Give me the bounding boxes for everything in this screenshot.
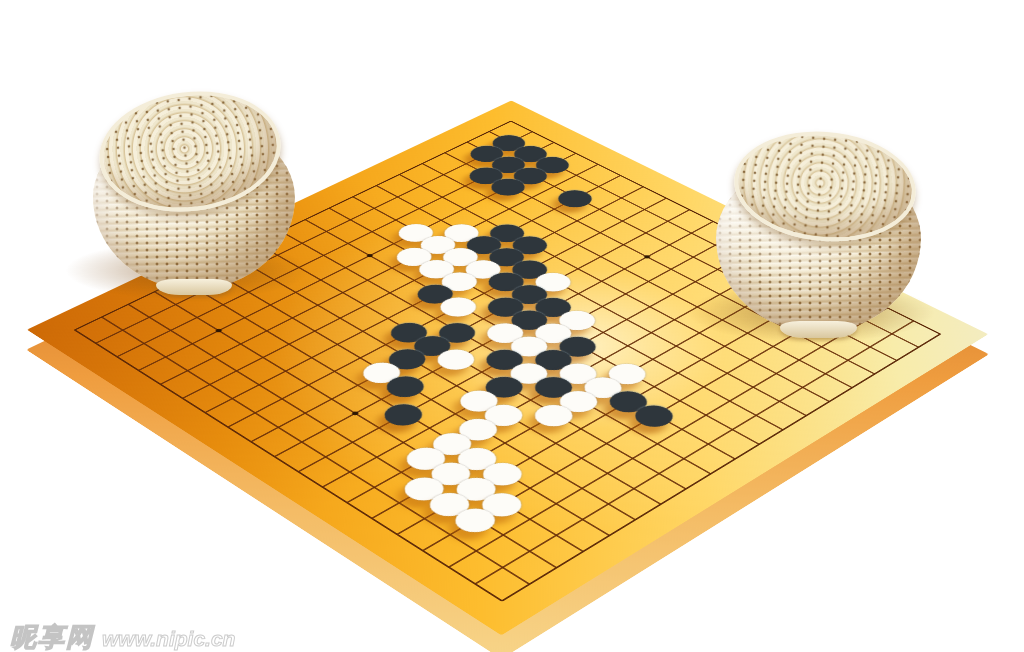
intersection	[141, 344, 190, 371]
white-stone: ●	[574, 368, 638, 404]
intersection	[324, 457, 376, 487]
intersection: ●	[631, 401, 681, 430]
white-stone: ●	[448, 409, 513, 446]
intersection	[212, 357, 261, 384]
white-stone: ●	[353, 354, 417, 389]
intersection	[530, 551, 584, 584]
intersection: ●	[455, 414, 505, 443]
intersection: ●	[429, 428, 480, 457]
intersection	[371, 519, 424, 551]
white-stone: ●	[419, 483, 487, 523]
intersection	[850, 360, 899, 387]
intersection	[136, 371, 185, 399]
intersection	[404, 414, 454, 443]
intersection	[362, 331, 410, 358]
intersection	[114, 357, 163, 384]
intersection: ●	[506, 359, 555, 386]
intersection	[321, 487, 373, 518]
intersection	[801, 360, 850, 387]
intersection	[424, 519, 477, 551]
intersection: ●	[427, 458, 479, 488]
intersection: ●	[359, 358, 408, 385]
intersection	[781, 401, 831, 430]
white-stone: ●	[444, 498, 512, 539]
intersection	[239, 344, 288, 371]
white-stone: ●	[500, 354, 564, 389]
stone-bowl-right	[716, 126, 921, 336]
intersection	[556, 535, 609, 568]
intersection	[257, 385, 307, 413]
intersection: ●	[433, 345, 482, 372]
intersection	[373, 487, 425, 518]
intersection: ●	[402, 443, 453, 473]
intersection	[276, 427, 327, 456]
watermark-site-url: www.nipic.cn	[102, 627, 235, 650]
intersection	[280, 399, 330, 427]
black-stone: ●	[525, 341, 588, 376]
intersection	[396, 535, 449, 567]
intersection	[230, 399, 280, 427]
star-point	[651, 412, 660, 417]
intersection	[655, 387, 705, 415]
intersection	[313, 331, 361, 358]
intersection: ●	[383, 372, 432, 400]
intersection	[120, 330, 168, 357]
intersection	[683, 429, 734, 458]
bowl-foot	[780, 321, 858, 338]
black-stone: ●	[549, 328, 612, 362]
intersection	[422, 551, 476, 584]
intersection	[775, 347, 824, 374]
intersection	[685, 459, 737, 489]
intersection	[660, 474, 712, 505]
white-stone: ●	[394, 467, 461, 507]
intersection	[654, 359, 703, 386]
black-stone: ●	[624, 396, 689, 433]
intersection	[778, 374, 827, 402]
intersection	[351, 442, 402, 472]
white-stone: ●	[524, 396, 589, 433]
intersection	[633, 459, 685, 489]
intersection	[284, 371, 333, 399]
intersection: ●	[453, 443, 504, 473]
intersection	[827, 374, 876, 402]
intersection: ●	[385, 345, 434, 372]
intersection	[824, 347, 873, 374]
white-stone: ●	[427, 341, 490, 376]
intersection	[476, 551, 530, 584]
intersection	[300, 442, 351, 472]
bowl-foot	[156, 279, 233, 295]
white-stone: ●	[471, 483, 539, 523]
intersection	[357, 385, 407, 413]
intersection: ●	[555, 332, 603, 359]
intersection	[609, 504, 662, 536]
intersection	[475, 584, 530, 618]
intersection	[731, 401, 781, 430]
intersection	[207, 385, 257, 413]
intersection	[297, 472, 349, 503]
intersection	[628, 346, 677, 373]
white-stone: ●	[422, 423, 488, 461]
intersection	[234, 371, 283, 399]
intersection	[203, 413, 253, 442]
white-stone: ●	[447, 438, 513, 476]
intersection	[679, 373, 728, 401]
intersection	[607, 444, 658, 474]
star-point	[499, 501, 508, 506]
intersection	[530, 429, 581, 458]
intersection: ●	[425, 488, 477, 519]
intersection: ●	[605, 387, 655, 415]
intersection	[265, 331, 313, 358]
intersection	[249, 442, 300, 472]
intersection	[376, 457, 428, 487]
intersection	[582, 489, 634, 520]
intersection	[180, 398, 230, 426]
intersection	[185, 371, 234, 399]
intersection	[581, 429, 632, 458]
watermark-site-name: 昵享网	[10, 622, 94, 652]
intersection: ●	[452, 473, 504, 504]
intersection	[556, 443, 607, 473]
intersection	[530, 458, 582, 488]
intersection: ●	[604, 359, 653, 386]
white-stone: ●	[446, 468, 513, 508]
intersection	[502, 568, 556, 601]
intersection: ●	[481, 372, 530, 400]
intersection	[458, 332, 506, 359]
intersection	[504, 504, 557, 536]
intersection	[253, 413, 303, 442]
intersection	[606, 415, 656, 444]
intersection	[310, 358, 359, 385]
intersection	[703, 360, 752, 387]
intersection	[430, 400, 480, 429]
intersection: ●	[531, 345, 580, 372]
intersection	[217, 331, 265, 358]
white-stone: ●	[421, 453, 488, 492]
intersection: ●	[451, 503, 504, 535]
white-stone: ●	[396, 438, 462, 476]
intersection: ●	[507, 332, 555, 359]
intersection	[330, 399, 380, 428]
intersection	[635, 489, 687, 520]
watermark-logo: 昵享网www.nipic.cn	[10, 620, 235, 652]
intersection	[582, 458, 634, 488]
white-stone: ●	[598, 355, 661, 390]
intersection	[630, 373, 679, 401]
watermark-id-bar: ID:26790725 NO:20180714194454749000	[786, 620, 1015, 643]
intersection	[303, 413, 353, 442]
intersection	[707, 415, 758, 444]
intersection: ●	[479, 458, 531, 488]
intersection: ●	[482, 345, 531, 372]
intersection	[307, 385, 357, 413]
intersection	[728, 373, 777, 401]
intersection: ●	[400, 472, 452, 503]
intersection	[580, 346, 629, 373]
intersection	[506, 386, 556, 414]
intersection	[556, 504, 609, 536]
intersection	[752, 360, 801, 387]
black-stone: ●	[374, 395, 439, 432]
star-point	[351, 411, 360, 416]
intersection	[556, 473, 608, 504]
intersection: ●	[410, 332, 458, 359]
intersection	[804, 388, 854, 416]
white-stone: ●	[549, 354, 612, 389]
black-stone: ●	[524, 368, 588, 404]
star-point	[214, 328, 222, 333]
intersection: ●	[555, 359, 604, 386]
intersection: ●	[456, 386, 506, 414]
black-stone: ●	[475, 368, 539, 404]
intersection	[758, 415, 809, 444]
intersection	[681, 401, 731, 430]
black-stone: ●	[599, 382, 663, 418]
intersection	[503, 535, 556, 567]
watermark-id-text: ID:26790725 NO:20180714194454749000	[786, 623, 1024, 639]
intersection	[168, 331, 216, 358]
intersection	[449, 535, 502, 567]
intersection	[530, 519, 583, 551]
intersection	[354, 413, 404, 442]
intersection	[583, 520, 636, 552]
intersection	[432, 372, 481, 400]
intersection	[398, 503, 451, 535]
intersection	[336, 345, 385, 372]
white-stone: ●	[474, 395, 539, 432]
white-stone: ●	[501, 328, 564, 362]
intersection	[556, 414, 606, 443]
intersection	[163, 357, 212, 384]
intersection: ●	[531, 400, 581, 429]
intersection	[287, 344, 336, 371]
intersection	[348, 472, 400, 503]
intersection	[406, 386, 456, 414]
intersection	[448, 567, 502, 600]
star-point	[366, 253, 374, 257]
intersection	[261, 358, 310, 385]
intersection	[734, 430, 785, 459]
intersection	[477, 519, 530, 551]
intersection	[530, 488, 582, 519]
black-stone: ●	[376, 367, 440, 403]
star-point	[643, 255, 651, 259]
white-stone: ●	[472, 453, 539, 492]
intersection	[505, 414, 555, 443]
intersection	[504, 473, 556, 504]
white-stone: ●	[549, 382, 613, 418]
intersection: ●	[480, 400, 530, 429]
white-stone: ●	[450, 381, 514, 417]
black-stone: ●	[378, 340, 441, 375]
intersection	[93, 343, 142, 370]
intersection	[480, 428, 531, 457]
intersection: ●	[531, 372, 580, 400]
intersection	[709, 444, 760, 474]
intersection: ●	[580, 373, 629, 401]
intersection	[632, 429, 683, 458]
intersection	[872, 347, 921, 374]
intersection	[408, 358, 457, 385]
intersection	[226, 427, 277, 456]
intersection	[378, 428, 429, 457]
star-point	[506, 184, 514, 188]
intersection	[581, 400, 631, 429]
intersection	[333, 371, 382, 399]
intersection	[726, 346, 775, 373]
intersection	[657, 415, 707, 444]
intersection	[346, 503, 399, 535]
stone-bowl-left	[93, 88, 295, 293]
intersection	[327, 428, 378, 457]
intersection	[604, 333, 652, 360]
intersection	[273, 457, 324, 487]
star-point	[503, 330, 511, 335]
intersection: ●	[555, 386, 605, 414]
intersection	[705, 387, 755, 415]
black-stone: ●	[404, 327, 467, 361]
intersection	[755, 387, 805, 415]
intersection	[677, 346, 726, 373]
intersection	[158, 384, 208, 412]
intersection	[72, 330, 120, 357]
intersection	[505, 443, 556, 473]
intersection	[658, 444, 709, 474]
intersection	[457, 359, 506, 386]
intersection	[190, 344, 239, 371]
intersection	[608, 473, 660, 504]
intersection: ●	[478, 488, 530, 519]
black-stone: ●	[476, 341, 539, 376]
intersection: ●	[380, 399, 430, 428]
